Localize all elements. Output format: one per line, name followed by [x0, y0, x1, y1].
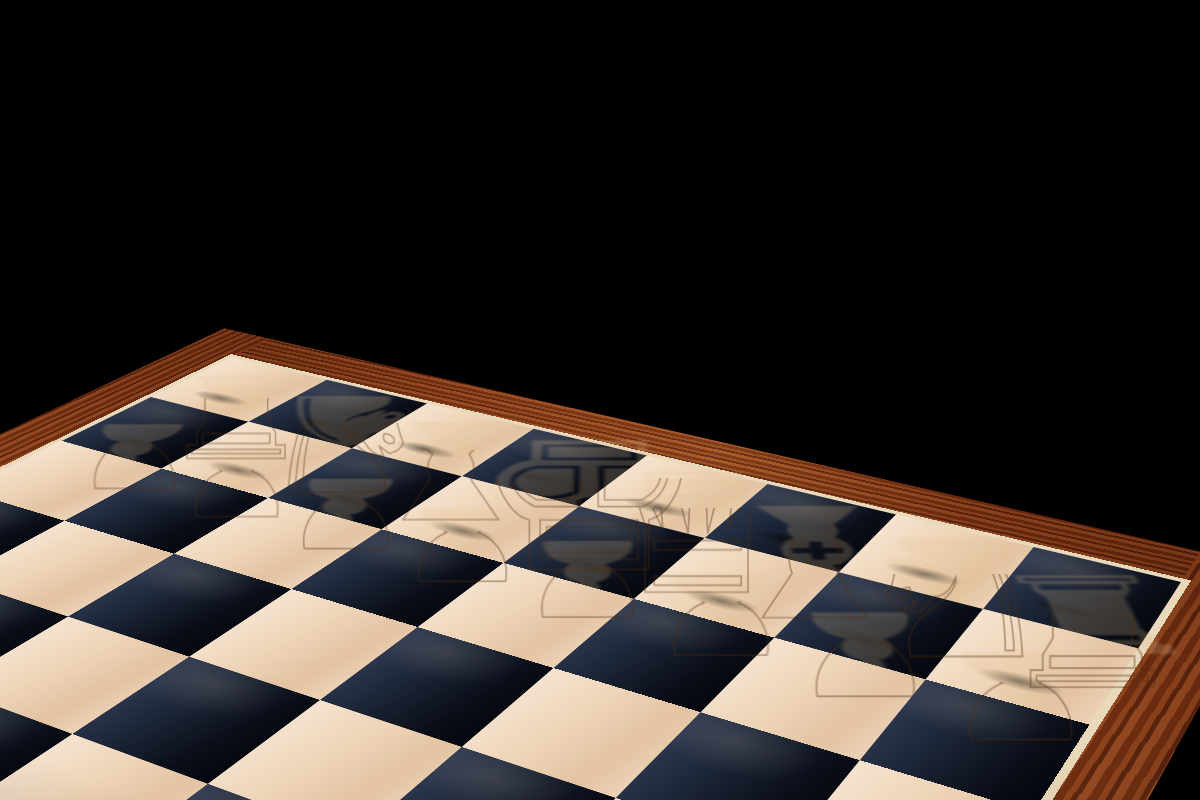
chess-board: ♜♜♞♞♝♝♚♚♛♛♝♝♞♞♜♜♟♟♟♟♟♟♟♟♟♟♟♟♟♟♟♟: [0, 329, 1200, 800]
chess-photo-scene: ♜♜♞♞♝♝♚♚♛♛♝♝♞♞♜♜♟♟♟♟♟♟♟♟♟♟♟♟♟♟♟♟: [0, 0, 1200, 800]
square-b4[interactable]: [616, 712, 860, 800]
board-squares: ♜♜♞♞♝♝♚♚♛♛♝♝♞♞♜♜♟♟♟♟♟♟♟♟♟♟♟♟♟♟♟♟: [0, 357, 1181, 800]
square-f5[interactable]: [0, 617, 189, 734]
